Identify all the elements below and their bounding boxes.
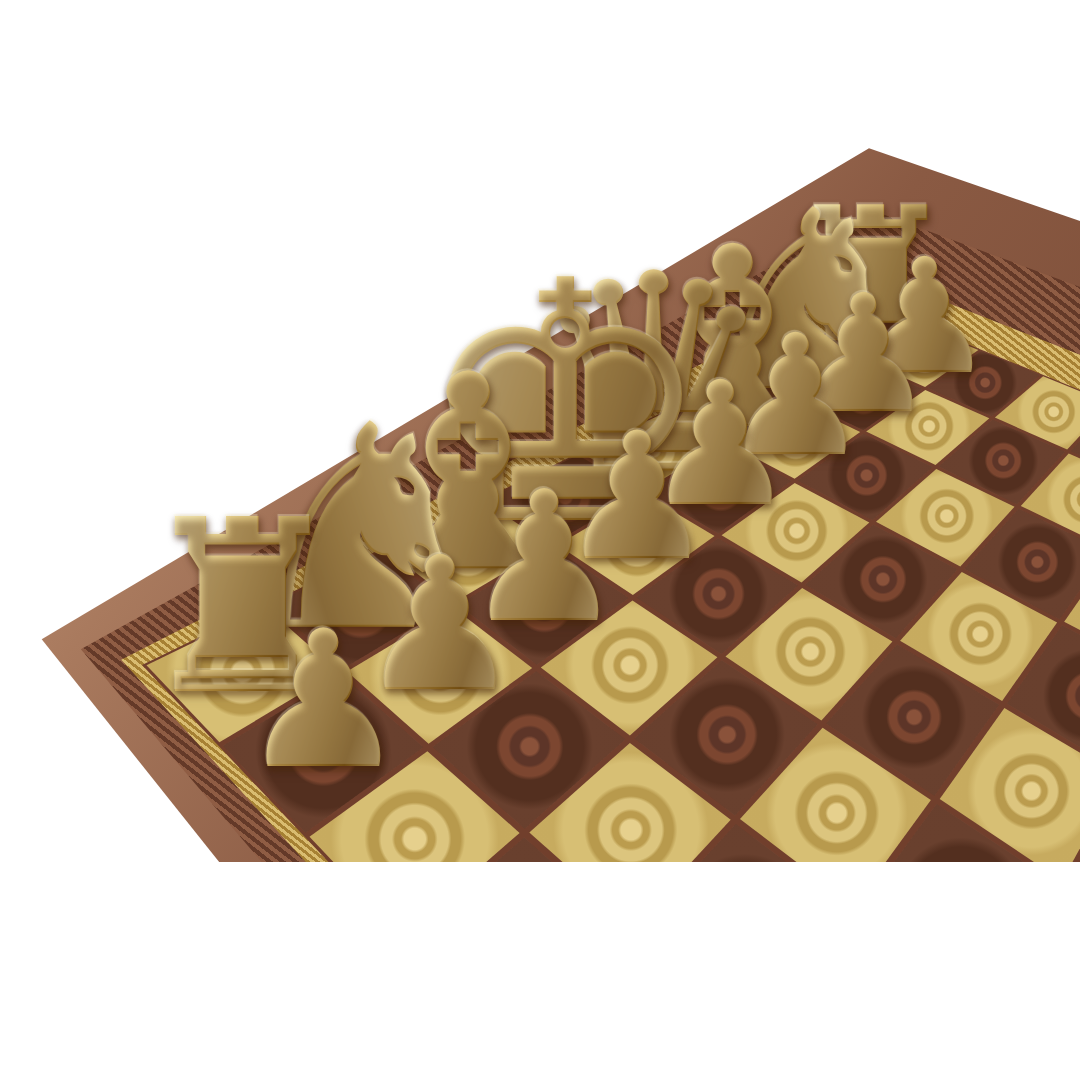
piece-white-pawn-h2[interactable]: ♟: [238, 606, 408, 796]
chess-board-photo: ♜♞♝♚♛♝♞♜♟♟♟♟♟♟♟♟: [0, 0, 1080, 1080]
background-crop: [0, 862, 1080, 1080]
